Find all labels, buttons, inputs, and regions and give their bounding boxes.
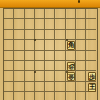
board-cell[interactable] xyxy=(55,9,65,19)
board-cell[interactable] xyxy=(25,92,35,100)
board-cell[interactable] xyxy=(45,71,55,81)
piece-glyph: 金 xyxy=(68,73,74,79)
board-cell[interactable] xyxy=(45,40,55,50)
board-cell[interactable] xyxy=(66,51,76,61)
board-cell[interactable] xyxy=(35,51,45,61)
board-cell[interactable] xyxy=(86,40,96,50)
piece-glyph: 歩 xyxy=(68,63,74,69)
board-cell[interactable] xyxy=(55,40,65,50)
board-cell[interactable] xyxy=(76,82,86,92)
board-cell[interactable] xyxy=(25,61,35,71)
board-cell[interactable] xyxy=(14,92,24,100)
board-cell[interactable] xyxy=(4,92,14,100)
board-cell[interactable] xyxy=(66,9,76,19)
board-cell[interactable] xyxy=(35,40,45,50)
board-cell[interactable] xyxy=(55,92,65,100)
board-cell[interactable] xyxy=(55,51,65,61)
board-cell[interactable] xyxy=(4,19,14,29)
board-cell[interactable] xyxy=(55,19,65,29)
piece-sente-king-1h[interactable]: 王 xyxy=(88,83,96,92)
shogi-app-screen: 角歩金歩王 xyxy=(0,0,100,100)
board-cell[interactable] xyxy=(4,30,14,40)
board-cell[interactable] xyxy=(35,9,45,19)
board-cell[interactable] xyxy=(14,30,24,40)
board-cell[interactable] xyxy=(55,61,65,71)
board-cell[interactable] xyxy=(86,9,96,19)
board-cell[interactable] xyxy=(76,19,86,29)
board-cell[interactable] xyxy=(66,82,76,92)
shogi-board[interactable]: 角歩金歩王 xyxy=(3,8,98,100)
board-cell[interactable] xyxy=(86,19,96,29)
board-cell[interactable] xyxy=(86,61,96,71)
board-cell[interactable] xyxy=(76,40,86,50)
board-cell[interactable] xyxy=(14,9,24,19)
board-cell[interactable] xyxy=(4,71,14,81)
board-cell[interactable] xyxy=(4,9,14,19)
piece-sente-bishop-3d[interactable]: 角 xyxy=(67,41,75,50)
board-cell[interactable] xyxy=(14,82,24,92)
board-cell[interactable] xyxy=(35,82,45,92)
board-cell[interactable] xyxy=(55,82,65,92)
piece-glyph: 王 xyxy=(89,84,95,90)
board-cell[interactable] xyxy=(45,30,55,40)
board-cell[interactable] xyxy=(45,61,55,71)
board-cell[interactable] xyxy=(4,61,14,71)
board-cell[interactable] xyxy=(55,30,65,40)
board-cell[interactable] xyxy=(45,92,55,100)
board-cell[interactable] xyxy=(76,92,86,100)
board-cell[interactable] xyxy=(76,51,86,61)
board-cell[interactable] xyxy=(45,82,55,92)
board-cell[interactable] xyxy=(35,19,45,29)
board-cell[interactable] xyxy=(4,82,14,92)
board-cell[interactable] xyxy=(55,71,65,81)
board-cell[interactable] xyxy=(25,40,35,50)
captured-pieces-bar xyxy=(0,0,100,8)
piece-glyph: 歩 xyxy=(89,74,95,80)
piece-gote-gold-3g[interactable]: 金 xyxy=(67,72,75,81)
board-cell[interactable] xyxy=(14,51,24,61)
board-cell[interactable] xyxy=(45,19,55,29)
board-cell[interactable] xyxy=(86,92,96,100)
board-cell[interactable] xyxy=(35,30,45,40)
board-cell[interactable] xyxy=(76,30,86,40)
board-cell[interactable] xyxy=(86,30,96,40)
board-cell[interactable] xyxy=(14,40,24,50)
piece-glyph: 角 xyxy=(68,42,74,48)
board-cell[interactable] xyxy=(66,92,76,100)
board-cell[interactable] xyxy=(14,19,24,29)
board-grid xyxy=(4,9,97,100)
board-cell[interactable] xyxy=(66,19,76,29)
board-cell[interactable] xyxy=(35,92,45,100)
piece-gote-pawn-3f[interactable]: 歩 xyxy=(67,62,75,71)
board-cell[interactable] xyxy=(14,71,24,81)
board-cell[interactable] xyxy=(25,51,35,61)
board-cell[interactable] xyxy=(4,40,14,50)
board-cell[interactable] xyxy=(35,71,45,81)
piece-sente-pawn-1g[interactable]: 歩 xyxy=(88,72,96,81)
board-cell[interactable] xyxy=(25,9,35,19)
board-cell[interactable] xyxy=(25,71,35,81)
board-cell[interactable] xyxy=(35,61,45,71)
board-cell[interactable] xyxy=(76,9,86,19)
board-cell[interactable] xyxy=(45,51,55,61)
board-cell[interactable] xyxy=(76,71,86,81)
board-cell[interactable] xyxy=(14,61,24,71)
board-cell[interactable] xyxy=(45,9,55,19)
board-cell[interactable] xyxy=(76,61,86,71)
board-cell[interactable] xyxy=(86,51,96,61)
board-cell[interactable] xyxy=(4,51,14,61)
board-cell[interactable] xyxy=(25,19,35,29)
hand-piece-indicator xyxy=(78,0,80,3)
board-cell[interactable] xyxy=(25,82,35,92)
